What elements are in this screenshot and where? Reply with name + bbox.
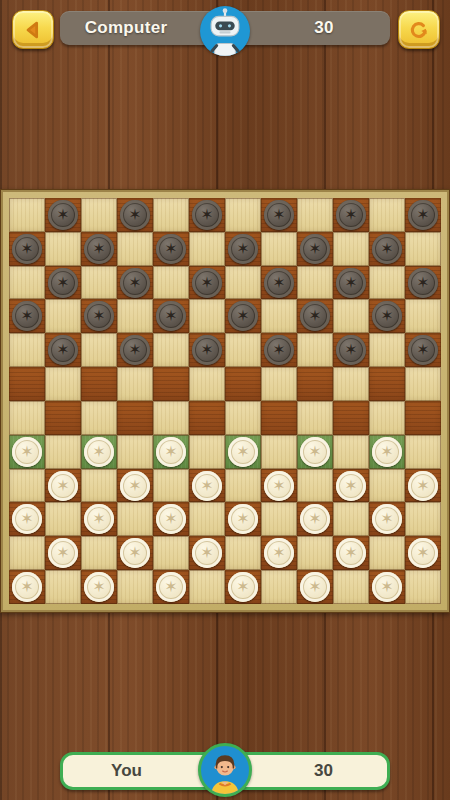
- light-piece[interactable]: ✶: [12, 504, 42, 534]
- dark-piece[interactable]: ✶: [156, 301, 186, 331]
- dark-piece[interactable]: ✶: [84, 234, 114, 264]
- square-r3c1[interactable]: [9, 266, 45, 300]
- dark-piece[interactable]: ✶: [372, 234, 402, 264]
- dark-piece[interactable]: ✶: [264, 200, 294, 230]
- square-r7c1[interactable]: [9, 401, 45, 435]
- square-r6c7[interactable]: [225, 367, 261, 401]
- back-arrow-icon: [22, 19, 44, 41]
- light-piece[interactable]: ✶: [156, 504, 186, 534]
- square-r2c10[interactable]: [333, 232, 369, 266]
- square-r11c6[interactable]: ✶: [189, 536, 225, 570]
- square-r4c1[interactable]: ✶: [9, 299, 45, 333]
- square-r12c1[interactable]: ✶: [9, 570, 45, 604]
- square-r12c6[interactable]: [189, 570, 225, 604]
- square-r1c12[interactable]: ✶: [405, 198, 441, 232]
- light-piece[interactable]: ✶: [300, 437, 330, 467]
- light-piece[interactable]: ✶: [48, 538, 78, 568]
- boy-avatar: [198, 743, 252, 797]
- square-r8c5[interactable]: ✶: [153, 435, 189, 469]
- square-r6c1[interactable]: [9, 367, 45, 401]
- bottom-bar: You 30: [0, 740, 450, 800]
- square-r2c9[interactable]: ✶: [297, 232, 333, 266]
- square-r10c6[interactable]: [189, 502, 225, 536]
- square-r1c9[interactable]: [297, 198, 333, 232]
- square-r6c6[interactable]: [189, 367, 225, 401]
- square-r5c12[interactable]: ✶: [405, 333, 441, 367]
- square-r8c1[interactable]: ✶: [9, 435, 45, 469]
- dark-piece[interactable]: ✶: [264, 268, 294, 298]
- light-piece[interactable]: ✶: [12, 437, 42, 467]
- light-piece[interactable]: ✶: [372, 572, 402, 602]
- square-r3c6[interactable]: ✶: [189, 266, 225, 300]
- square-r5c7[interactable]: [225, 333, 261, 367]
- square-r1c4[interactable]: ✶: [117, 198, 153, 232]
- square-r2c1[interactable]: ✶: [9, 232, 45, 266]
- square-r5c6[interactable]: ✶: [189, 333, 225, 367]
- light-piece[interactable]: ✶: [228, 572, 258, 602]
- square-r10c1[interactable]: ✶: [9, 502, 45, 536]
- square-r1c5[interactable]: [153, 198, 189, 232]
- checkers-game-screen: Computer 30: [0, 0, 450, 800]
- square-r12c2[interactable]: [45, 570, 81, 604]
- square-r2c5[interactable]: ✶: [153, 232, 189, 266]
- square-r8c7[interactable]: ✶: [225, 435, 261, 469]
- square-r11c3[interactable]: [81, 536, 117, 570]
- square-r3c11[interactable]: [369, 266, 405, 300]
- square-r11c7[interactable]: [225, 536, 261, 570]
- square-r12c4[interactable]: [117, 570, 153, 604]
- square-r4c8[interactable]: [261, 299, 297, 333]
- dark-piece[interactable]: ✶: [372, 301, 402, 331]
- light-piece[interactable]: ✶: [192, 538, 222, 568]
- square-r6c3[interactable]: [81, 367, 117, 401]
- square-r12c12[interactable]: [405, 570, 441, 604]
- dark-piece[interactable]: ✶: [300, 301, 330, 331]
- dark-piece[interactable]: ✶: [408, 200, 438, 230]
- square-r4c7[interactable]: ✶: [225, 299, 261, 333]
- dark-piece[interactable]: ✶: [300, 234, 330, 264]
- square-r3c7[interactable]: [225, 266, 261, 300]
- square-r11c11[interactable]: [369, 536, 405, 570]
- square-r9c8[interactable]: ✶: [261, 469, 297, 503]
- square-r2c6[interactable]: [189, 232, 225, 266]
- square-r1c1[interactable]: [9, 198, 45, 232]
- square-r4c12[interactable]: [405, 299, 441, 333]
- square-r2c11[interactable]: ✶: [369, 232, 405, 266]
- player-name: You: [63, 761, 190, 781]
- light-piece[interactable]: ✶: [372, 437, 402, 467]
- dark-piece[interactable]: ✶: [192, 268, 222, 298]
- square-r8c3[interactable]: ✶: [81, 435, 117, 469]
- back-button[interactable]: [12, 10, 54, 49]
- square-r3c3[interactable]: [81, 266, 117, 300]
- square-r12c5[interactable]: ✶: [153, 570, 189, 604]
- square-r2c8[interactable]: [261, 232, 297, 266]
- square-r2c7[interactable]: ✶: [225, 232, 261, 266]
- square-r1c7[interactable]: [225, 198, 261, 232]
- dark-piece[interactable]: ✶: [336, 335, 366, 365]
- square-r10c5[interactable]: ✶: [153, 502, 189, 536]
- square-r4c9[interactable]: ✶: [297, 299, 333, 333]
- dark-piece[interactable]: ✶: [120, 200, 150, 230]
- square-r7c12[interactable]: [405, 401, 441, 435]
- square-r4c4[interactable]: [117, 299, 153, 333]
- square-r3c2[interactable]: ✶: [45, 266, 81, 300]
- square-r8c6[interactable]: [189, 435, 225, 469]
- square-r3c4[interactable]: ✶: [117, 266, 153, 300]
- square-r4c3[interactable]: ✶: [81, 299, 117, 333]
- square-r10c2[interactable]: [45, 502, 81, 536]
- square-r9c2[interactable]: ✶: [45, 469, 81, 503]
- light-piece[interactable]: ✶: [84, 437, 114, 467]
- square-r6c2[interactable]: [45, 367, 81, 401]
- square-r1c6[interactable]: ✶: [189, 198, 225, 232]
- square-r8c9[interactable]: ✶: [297, 435, 333, 469]
- square-r10c3[interactable]: ✶: [81, 502, 117, 536]
- square-r10c7[interactable]: ✶: [225, 502, 261, 536]
- square-r6c5[interactable]: [153, 367, 189, 401]
- square-r6c4[interactable]: [117, 367, 153, 401]
- dark-piece[interactable]: ✶: [192, 335, 222, 365]
- light-piece[interactable]: ✶: [372, 504, 402, 534]
- light-piece[interactable]: ✶: [264, 538, 294, 568]
- square-r8c12[interactable]: [405, 435, 441, 469]
- square-r4c11[interactable]: ✶: [369, 299, 405, 333]
- square-r6c12[interactable]: [405, 367, 441, 401]
- square-r11c2[interactable]: ✶: [45, 536, 81, 570]
- square-r2c4[interactable]: [117, 232, 153, 266]
- square-r11c4[interactable]: ✶: [117, 536, 153, 570]
- square-r10c10[interactable]: [333, 502, 369, 536]
- board-grid: ✶✶✶✶✶✶✶✶✶✶✶✶✶✶✶✶✶✶✶✶✶✶✶✶✶✶✶✶✶✶✶✶✶✶✶✶✶✶✶✶…: [9, 198, 441, 604]
- light-piece[interactable]: ✶: [48, 471, 78, 501]
- square-r3c5[interactable]: [153, 266, 189, 300]
- square-r9c4[interactable]: ✶: [117, 469, 153, 503]
- dark-piece[interactable]: ✶: [120, 268, 150, 298]
- square-r7c11[interactable]: [369, 401, 405, 435]
- square-r12c8[interactable]: [261, 570, 297, 604]
- top-bar: Computer 30: [0, 8, 450, 60]
- square-r7c10[interactable]: [333, 401, 369, 435]
- square-r4c10[interactable]: [333, 299, 369, 333]
- square-r5c8[interactable]: ✶: [261, 333, 297, 367]
- checkers-board: ✶✶✶✶✶✶✶✶✶✶✶✶✶✶✶✶✶✶✶✶✶✶✶✶✶✶✶✶✶✶✶✶✶✶✶✶✶✶✶✶…: [0, 189, 450, 613]
- square-r4c6[interactable]: [189, 299, 225, 333]
- dark-piece[interactable]: ✶: [12, 301, 42, 331]
- square-r9c10[interactable]: ✶: [333, 469, 369, 503]
- square-r7c6[interactable]: [189, 401, 225, 435]
- dark-piece[interactable]: ✶: [120, 335, 150, 365]
- square-r11c8[interactable]: ✶: [261, 536, 297, 570]
- square-r10c11[interactable]: ✶: [369, 502, 405, 536]
- square-r1c11[interactable]: [369, 198, 405, 232]
- square-r9c7[interactable]: [225, 469, 261, 503]
- light-piece[interactable]: ✶: [120, 471, 150, 501]
- square-r7c4[interactable]: [117, 401, 153, 435]
- light-piece[interactable]: ✶: [336, 538, 366, 568]
- square-r8c8[interactable]: [261, 435, 297, 469]
- square-r10c4[interactable]: [117, 502, 153, 536]
- square-r10c9[interactable]: ✶: [297, 502, 333, 536]
- square-r3c8[interactable]: ✶: [261, 266, 297, 300]
- light-piece[interactable]: ✶: [228, 504, 258, 534]
- square-r12c3[interactable]: ✶: [81, 570, 117, 604]
- square-r3c12[interactable]: ✶: [405, 266, 441, 300]
- square-r1c2[interactable]: ✶: [45, 198, 81, 232]
- dark-piece[interactable]: ✶: [48, 335, 78, 365]
- light-piece[interactable]: ✶: [156, 572, 186, 602]
- square-r6c8[interactable]: [261, 367, 297, 401]
- light-piece[interactable]: ✶: [84, 572, 114, 602]
- dark-piece[interactable]: ✶: [408, 268, 438, 298]
- square-r10c8[interactable]: [261, 502, 297, 536]
- square-r2c12[interactable]: [405, 232, 441, 266]
- square-r7c8[interactable]: [261, 401, 297, 435]
- square-r3c10[interactable]: ✶: [333, 266, 369, 300]
- dark-piece[interactable]: ✶: [336, 268, 366, 298]
- square-r9c5[interactable]: [153, 469, 189, 503]
- square-r2c3[interactable]: ✶: [81, 232, 117, 266]
- square-r9c11[interactable]: [369, 469, 405, 503]
- dark-piece[interactable]: ✶: [156, 234, 186, 264]
- square-r2c2[interactable]: [45, 232, 81, 266]
- square-r6c10[interactable]: [333, 367, 369, 401]
- square-r5c10[interactable]: ✶: [333, 333, 369, 367]
- square-r5c3[interactable]: [81, 333, 117, 367]
- square-r12c11[interactable]: ✶: [369, 570, 405, 604]
- square-r11c1[interactable]: [9, 536, 45, 570]
- square-r1c8[interactable]: ✶: [261, 198, 297, 232]
- square-r11c5[interactable]: [153, 536, 189, 570]
- light-piece[interactable]: ✶: [120, 538, 150, 568]
- dark-piece[interactable]: ✶: [84, 301, 114, 331]
- light-piece[interactable]: ✶: [12, 572, 42, 602]
- dark-piece[interactable]: ✶: [192, 200, 222, 230]
- square-r4c5[interactable]: ✶: [153, 299, 189, 333]
- square-r9c1[interactable]: [9, 469, 45, 503]
- square-r5c1[interactable]: [9, 333, 45, 367]
- dark-piece[interactable]: ✶: [228, 234, 258, 264]
- square-r7c2[interactable]: [45, 401, 81, 435]
- light-piece[interactable]: ✶: [84, 504, 114, 534]
- light-piece[interactable]: ✶: [300, 572, 330, 602]
- light-piece[interactable]: ✶: [264, 471, 294, 501]
- square-r8c10[interactable]: [333, 435, 369, 469]
- square-r5c5[interactable]: [153, 333, 189, 367]
- light-piece[interactable]: ✶: [408, 538, 438, 568]
- square-r7c5[interactable]: [153, 401, 189, 435]
- dark-piece[interactable]: ✶: [228, 301, 258, 331]
- square-r9c3[interactable]: [81, 469, 117, 503]
- square-r6c9[interactable]: [297, 367, 333, 401]
- light-piece[interactable]: ✶: [156, 437, 186, 467]
- square-r7c3[interactable]: [81, 401, 117, 435]
- square-r7c9[interactable]: [297, 401, 333, 435]
- light-piece[interactable]: ✶: [408, 471, 438, 501]
- square-r4c2[interactable]: [45, 299, 81, 333]
- light-piece[interactable]: ✶: [192, 471, 222, 501]
- dark-piece[interactable]: ✶: [408, 335, 438, 365]
- player-score: 30: [260, 761, 387, 781]
- dark-piece[interactable]: ✶: [48, 268, 78, 298]
- dark-piece[interactable]: ✶: [264, 335, 294, 365]
- square-r10c12[interactable]: [405, 502, 441, 536]
- square-r8c4[interactable]: [117, 435, 153, 469]
- dark-piece[interactable]: ✶: [48, 200, 78, 230]
- square-r8c2[interactable]: [45, 435, 81, 469]
- square-r12c10[interactable]: [333, 570, 369, 604]
- square-r5c2[interactable]: ✶: [45, 333, 81, 367]
- light-piece[interactable]: ✶: [228, 437, 258, 467]
- square-r12c7[interactable]: ✶: [225, 570, 261, 604]
- square-r7c7[interactable]: [225, 401, 261, 435]
- dark-piece[interactable]: ✶: [336, 200, 366, 230]
- square-r11c9[interactable]: [297, 536, 333, 570]
- dark-piece[interactable]: ✶: [12, 234, 42, 264]
- square-r9c12[interactable]: ✶: [405, 469, 441, 503]
- square-r5c4[interactable]: ✶: [117, 333, 153, 367]
- opponent-name: Computer: [60, 18, 192, 38]
- square-r5c11[interactable]: [369, 333, 405, 367]
- robot-avatar: [200, 6, 250, 56]
- square-r3c9[interactable]: [297, 266, 333, 300]
- opponent-score: 30: [258, 18, 390, 38]
- light-piece[interactable]: ✶: [336, 471, 366, 501]
- square-r1c10[interactable]: ✶: [333, 198, 369, 232]
- light-piece[interactable]: ✶: [300, 504, 330, 534]
- square-r11c10[interactable]: ✶: [333, 536, 369, 570]
- square-r9c9[interactable]: [297, 469, 333, 503]
- square-r5c9[interactable]: [297, 333, 333, 367]
- square-r12c9[interactable]: ✶: [297, 570, 333, 604]
- square-r1c3[interactable]: [81, 198, 117, 232]
- restart-icon: [408, 19, 430, 41]
- restart-button[interactable]: [398, 10, 440, 49]
- square-r11c12[interactable]: ✶: [405, 536, 441, 570]
- square-r9c6[interactable]: ✶: [189, 469, 225, 503]
- square-r6c11[interactable]: [369, 367, 405, 401]
- square-r8c11[interactable]: ✶: [369, 435, 405, 469]
